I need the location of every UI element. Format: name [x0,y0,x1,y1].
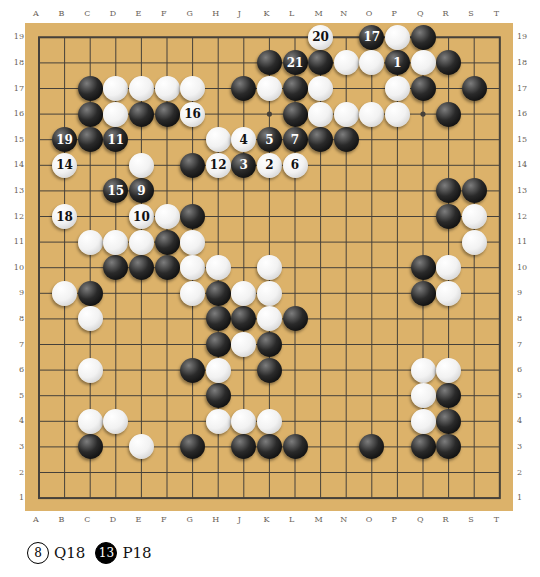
stone-black-C17 [78,76,103,101]
coord-left-8: 8 [4,314,24,324]
stone-white-F12 [155,204,180,229]
stone-white-Q18 [411,50,436,75]
stone-white-M16 [308,102,333,127]
stone-black-F16 [155,102,180,127]
coord-bottom-O: O [366,515,373,525]
stone-white-R6 [436,358,461,383]
coord-left-5: 5 [4,391,24,401]
coord-left-14: 14 [4,160,24,170]
coord-left-11: 11 [4,237,24,247]
stone-black-E16 [129,102,154,127]
coord-top-G: G [187,9,193,19]
stone-white-H15 [206,127,231,152]
coord-right-5: 5 [517,391,537,401]
coord-bottom-B: B [59,515,65,525]
stone-black-H9 [206,281,231,306]
coord-bottom-T: T [494,515,499,525]
stone-white-F17 [155,76,180,101]
stone-black-G14 [180,153,205,178]
coord-right-12: 12 [517,212,537,222]
coord-left-4: 4 [4,416,24,426]
stone-white-L14: 6 [283,153,308,178]
stone-white-G11 [180,230,205,255]
stone-black-Q19 [411,25,436,50]
stone-black-F10 [155,255,180,280]
coord-right-15: 15 [517,135,537,145]
coord-right-18: 18 [517,58,537,68]
coord-top-E: E [135,9,141,19]
coord-bottom-K: K [263,515,269,525]
stone-white-D11 [103,230,128,255]
coord-bottom-D: D [110,515,116,525]
coord-right-6: 6 [517,365,537,375]
stone-black-N15 [334,127,359,152]
coord-bottom-L: L [289,515,294,525]
stone-white-J9 [231,281,256,306]
coord-left-7: 7 [4,340,24,350]
stone-white-C6 [78,358,103,383]
stone-white-G9 [180,281,205,306]
caption-black-stone: 13 [95,542,117,564]
coord-right-3: 3 [517,442,537,452]
stone-white-H10 [206,255,231,280]
coord-right-9: 9 [517,288,537,298]
coord-top-K: K [263,9,269,19]
coord-top-A: A [33,9,39,19]
stone-black-G12 [180,204,205,229]
stone-black-K15: 5 [257,127,282,152]
stone-black-Q10 [411,255,436,280]
coord-top-N: N [340,9,347,19]
coord-bottom-G: G [187,515,193,525]
stone-black-J14: 3 [231,153,256,178]
stone-white-P19 [385,25,410,50]
coord-left-1: 1 [4,493,24,503]
stone-white-K9 [257,281,282,306]
stone-white-D16 [103,102,128,127]
coord-top-D: D [110,9,116,19]
coord-top-S: S [468,9,473,19]
stone-white-C4 [78,409,103,434]
stone-white-N18 [334,50,359,75]
move-caption: 8 Q18 13 P18 [27,541,162,565]
stone-black-G6 [180,358,205,383]
stone-white-K17 [257,76,282,101]
coord-right-14: 14 [517,160,537,170]
coord-bottom-M: M [315,515,323,525]
coord-right-17: 17 [517,84,537,94]
coord-right-7: 7 [517,340,537,350]
coord-top-H: H [212,9,219,19]
coord-left-17: 17 [4,84,24,94]
coord-left-6: 6 [4,365,24,375]
coord-bottom-H: H [212,515,219,525]
coord-top-P: P [391,9,396,19]
stone-black-O19: 17 [359,25,384,50]
coord-top-J: J [238,9,241,19]
coord-right-19: 19 [517,32,537,42]
caption-white-point: Q18 [54,544,85,562]
coord-bottom-P: P [391,515,396,525]
coord-right-16: 16 [517,109,537,119]
coord-top-O: O [366,9,373,19]
stone-white-H6 [206,358,231,383]
stone-white-P16 [385,102,410,127]
coord-left-15: 15 [4,135,24,145]
coord-right-2: 2 [517,468,537,478]
stone-black-Q9 [411,281,436,306]
coord-right-1: 1 [517,493,537,503]
stone-black-K7 [257,332,282,357]
coord-top-T: T [494,9,499,19]
stone-white-G16: 16 [180,102,205,127]
coord-left-18: 18 [4,58,24,68]
stone-white-Q4 [411,409,436,434]
coord-right-8: 8 [517,314,537,324]
coord-left-13: 13 [4,186,24,196]
stone-white-Q5 [411,383,436,408]
caption-white-stone: 8 [27,542,49,564]
stone-black-L15: 7 [283,127,308,152]
coord-left-2: 2 [4,468,24,478]
coord-bottom-C: C [84,515,90,525]
stone-white-J4 [231,409,256,434]
stone-white-K10 [257,255,282,280]
coord-left-10: 10 [4,263,24,273]
stone-white-Q6 [411,358,436,383]
stone-white-G17 [180,76,205,101]
coord-left-9: 9 [4,288,24,298]
stone-black-L8 [283,306,308,331]
stone-white-K14: 2 [257,153,282,178]
coord-bottom-F: F [161,515,167,525]
stone-white-E17 [129,76,154,101]
coord-bottom-N: N [340,515,347,525]
coord-bottom-J: J [238,515,241,525]
stone-black-C3 [78,434,103,459]
stone-white-M17 [308,76,333,101]
coord-bottom-Q: Q [417,515,424,525]
stone-white-H14: 12 [206,153,231,178]
stone-white-D4 [103,409,128,434]
stone-white-M19: 20 [308,25,333,50]
stone-black-S17 [462,76,487,101]
stone-white-H4 [206,409,231,434]
stone-black-Q3 [411,434,436,459]
coord-top-M: M [315,9,323,19]
stone-black-L16 [283,102,308,127]
stone-white-B14: 14 [52,153,77,178]
stone-white-R9 [436,281,461,306]
stone-white-E14 [129,153,154,178]
stone-white-N16 [334,102,359,127]
coord-top-Q: Q [417,9,424,19]
coord-bottom-A: A [33,515,39,525]
coord-right-4: 4 [517,416,537,426]
coord-top-B: B [59,9,65,19]
stone-black-H8 [206,306,231,331]
go-board: 172111911573159201641412261810 [25,23,513,511]
coord-right-13: 13 [517,186,537,196]
coord-top-L: L [289,9,294,19]
stone-white-C11 [78,230,103,255]
stone-white-E11 [129,230,154,255]
stone-black-F11 [155,230,180,255]
stone-white-B12: 18 [52,204,77,229]
stone-white-S12 [462,204,487,229]
coord-right-10: 10 [517,263,537,273]
stone-black-C15 [78,127,103,152]
caption-black-point: P18 [122,544,151,562]
stone-black-K6 [257,358,282,383]
stone-black-L18: 21 [283,50,308,75]
stone-black-Q17 [411,76,436,101]
coord-top-F: F [161,9,167,19]
stone-black-H7 [206,332,231,357]
stone-white-E12: 10 [129,204,154,229]
stone-white-P17 [385,76,410,101]
coord-left-3: 3 [4,442,24,452]
stone-black-S13 [462,178,487,203]
coord-bottom-S: S [468,515,473,525]
coord-left-12: 12 [4,212,24,222]
stone-white-O16 [359,102,384,127]
stone-white-C8 [78,306,103,331]
stone-black-C16 [78,102,103,127]
coord-left-16: 16 [4,109,24,119]
coord-top-R: R [443,9,449,19]
stone-black-L17 [283,76,308,101]
stone-black-R12 [436,204,461,229]
stone-white-K4 [257,409,282,434]
coord-right-11: 11 [517,237,537,247]
stone-black-L3 [283,434,308,459]
stone-black-R4 [436,409,461,434]
coord-top-C: C [84,9,90,19]
stone-black-H5 [206,383,231,408]
coord-left-19: 19 [4,32,24,42]
coord-bottom-R: R [443,515,449,525]
stone-white-S11 [462,230,487,255]
stone-black-R16 [436,102,461,127]
stone-black-C9 [78,281,103,306]
coord-bottom-E: E [135,515,141,525]
stone-black-E10 [129,255,154,280]
stone-white-B9 [52,281,77,306]
